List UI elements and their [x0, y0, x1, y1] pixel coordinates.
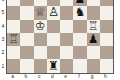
rank-label-2: 2: [0, 50, 6, 55]
rank-label-5: 5: [0, 10, 6, 15]
rank-labels: 654321: [0, 0, 6, 73]
square-a2[interactable]: [7, 46, 20, 59]
square-b4[interactable]: [20, 20, 33, 33]
square-a5[interactable]: [7, 6, 20, 19]
square-d2[interactable]: [47, 46, 60, 59]
rank-label-4: 4: [0, 24, 6, 29]
square-f5[interactable]: ♞: [73, 6, 86, 19]
black-pawn-g3[interactable]: ♟: [88, 33, 99, 46]
file-label-c: c: [33, 74, 46, 79]
white-king-c4[interactable]: ♔: [35, 20, 46, 33]
white-pawn-d5[interactable]: ♙: [48, 6, 59, 19]
square-c3[interactable]: [34, 33, 47, 46]
black-knight-f5[interactable]: ♞: [74, 6, 85, 19]
square-h4[interactable]: [100, 20, 113, 33]
square-b1[interactable]: [20, 59, 33, 72]
square-e1[interactable]: [60, 59, 73, 72]
file-label-f: f: [72, 74, 85, 79]
square-g4[interactable]: ♖: [87, 20, 100, 33]
file-label-b: b: [19, 74, 32, 79]
square-b3[interactable]: [20, 33, 33, 46]
file-label-d: d: [46, 74, 59, 79]
white-queen-c5[interactable]: ♕: [35, 6, 46, 19]
square-f3[interactable]: [73, 33, 86, 46]
square-d3[interactable]: [47, 33, 60, 46]
square-e2[interactable]: [60, 46, 73, 59]
white-rook-a3[interactable]: ♖: [8, 33, 19, 46]
square-d5[interactable]: ♙: [47, 6, 60, 19]
file-label-e: e: [59, 74, 72, 79]
board-border: ♟♕♙♞♔♖♖♟♜: [6, 0, 114, 74]
square-c2[interactable]: [34, 46, 47, 59]
square-g1[interactable]: [87, 59, 100, 72]
square-g5[interactable]: [87, 6, 100, 19]
square-g2[interactable]: [87, 46, 100, 59]
chess-diagram: ♟♕♙♞♔♖♖♟♜ 654321 abcdefgh: [0, 0, 120, 80]
square-a1[interactable]: [7, 59, 20, 72]
square-c5[interactable]: ♕: [34, 6, 47, 19]
square-f1[interactable]: [73, 59, 86, 72]
square-g3[interactable]: ♟: [87, 33, 100, 46]
square-c1[interactable]: [34, 59, 47, 72]
chess-board[interactable]: ♟♕♙♞♔♖♖♟♜: [7, 0, 113, 73]
square-h2[interactable]: [100, 46, 113, 59]
square-h5[interactable]: [100, 6, 113, 19]
square-a3[interactable]: ♖: [7, 33, 20, 46]
square-e3[interactable]: [60, 33, 73, 46]
square-b5[interactable]: [20, 6, 33, 19]
square-f4[interactable]: [73, 20, 86, 33]
white-rook-g4[interactable]: ♖: [88, 20, 99, 33]
square-e5[interactable]: [60, 6, 73, 19]
rank-label-3: 3: [0, 37, 6, 42]
square-e4[interactable]: [60, 20, 73, 33]
square-h1[interactable]: [100, 59, 113, 72]
square-d1[interactable]: ♜: [47, 59, 60, 72]
rank-label-1: 1: [0, 64, 6, 69]
black-rook-d1[interactable]: ♜: [48, 60, 59, 73]
file-label-a: a: [6, 74, 19, 79]
square-d4[interactable]: [47, 20, 60, 33]
square-b2[interactable]: [20, 46, 33, 59]
square-f2[interactable]: [73, 46, 86, 59]
square-h3[interactable]: [100, 33, 113, 46]
file-labels: abcdefgh: [6, 74, 113, 80]
file-label-h: h: [99, 74, 112, 79]
square-c4[interactable]: ♔: [34, 20, 47, 33]
square-a4[interactable]: [7, 20, 20, 33]
rank-label-6: 6: [0, 0, 6, 2]
file-label-g: g: [86, 74, 99, 79]
